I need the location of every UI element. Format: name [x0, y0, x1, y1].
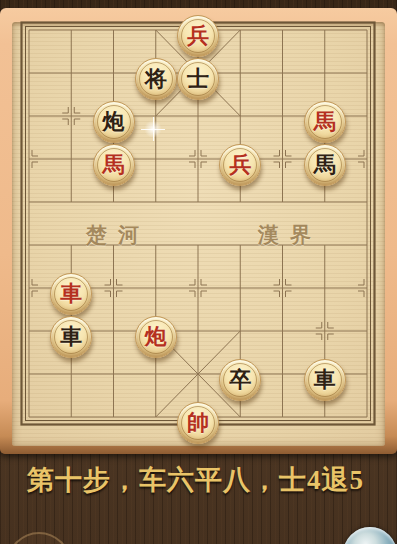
piece-black-general[interactable]: 将 [135, 58, 177, 100]
piece-glyph: 馬 [103, 154, 125, 176]
piece-glyph: 帥 [187, 412, 209, 434]
piece-glyph: 士 [187, 68, 209, 90]
piece-red-soldier[interactable]: 兵 [219, 144, 261, 186]
piece-red-chariot[interactable]: 車 [50, 273, 92, 315]
piece-black-chariot[interactable]: 車 [50, 316, 92, 358]
piece-black-soldier[interactable]: 卒 [219, 359, 261, 401]
piece-glyph: 車 [60, 283, 82, 305]
piece-black-advisor[interactable]: 士 [177, 58, 219, 100]
piece-red-horse[interactable]: 馬 [304, 101, 346, 143]
sparkle-effect [143, 119, 163, 139]
piece-red-soldier[interactable]: 兵 [177, 15, 219, 57]
piece-glyph: 卒 [229, 369, 251, 391]
piece-glyph: 車 [60, 326, 82, 348]
piece-black-chariot[interactable]: 車 [304, 359, 346, 401]
board-frame: 楚河 漢界 兵将士炮馬馬兵馬車車炮卒車帥 [0, 8, 397, 454]
piece-glyph: 車 [314, 369, 336, 391]
piece-glyph: 兵 [229, 154, 251, 176]
move-annotation-text: 第十步，车六平八，士4退5 [27, 462, 387, 498]
piece-red-cannon[interactable]: 炮 [135, 316, 177, 358]
piece-black-cannon[interactable]: 炮 [93, 101, 135, 143]
piece-glyph: 炮 [145, 326, 167, 348]
piece-glyph: 兵 [187, 25, 209, 47]
piece-glyph: 将 [145, 68, 167, 90]
piece-glyph: 炮 [103, 111, 125, 133]
piece-glyph: 馬 [314, 154, 336, 176]
board-grid[interactable]: 兵将士炮馬馬兵馬車車炮卒車帥 [8, 17, 388, 447]
piece-red-general[interactable]: 帥 [177, 402, 219, 444]
piece-red-horse[interactable]: 馬 [93, 144, 135, 186]
move-annotation-bar: 第十步，车六平八，士4退5 [0, 456, 397, 544]
piece-glyph: 馬 [314, 111, 336, 133]
piece-black-horse[interactable]: 馬 [304, 144, 346, 186]
